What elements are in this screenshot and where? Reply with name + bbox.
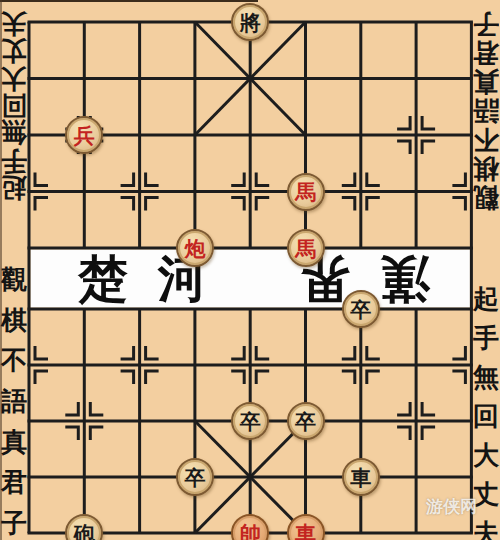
side-text-char: 回 xyxy=(473,403,499,429)
piece-black-soldier[interactable]: 卒 xyxy=(176,458,214,496)
side-text-char: 無 xyxy=(473,364,499,390)
side-text-char: 觀 xyxy=(473,185,499,211)
piece-black-soldier[interactable]: 卒 xyxy=(342,290,380,328)
side-text-char: 夫 xyxy=(1,11,27,37)
side-text-left-bottom: 觀棋不語真君子 xyxy=(0,266,28,536)
side-text-char: 起 xyxy=(473,286,499,312)
side-text-char: 君 xyxy=(1,469,27,495)
side-text-char: 不 xyxy=(1,347,27,373)
piece-red-horse[interactable]: 馬 xyxy=(287,173,325,211)
side-text-char: 君 xyxy=(473,40,499,66)
red-general-glyph: 帥 xyxy=(240,523,261,540)
side-text-right-top: 子君真語不棋觀 xyxy=(472,11,500,211)
black-soldier-glyph: 卒 xyxy=(184,467,205,488)
xiangqi-board: 夫丈大回無手起 觀棋不語真君子 子君真語不棋觀 起手無回大丈夫 楚河 漢界 將兵… xyxy=(0,0,500,540)
side-text-char: 觀 xyxy=(1,266,27,292)
piece-black-general[interactable]: 將 xyxy=(231,3,269,41)
piece-red-soldier[interactable]: 兵 xyxy=(65,116,103,154)
side-text-char: 無 xyxy=(1,120,27,146)
watermark: 游侠网 xyxy=(426,495,486,518)
side-text-char: 丈 xyxy=(1,38,27,64)
side-text-char: 棋 xyxy=(1,307,27,333)
red-horse-glyph: 馬 xyxy=(295,238,316,259)
side-text-char: 大 xyxy=(473,442,499,468)
side-text-char: 夫 xyxy=(473,520,499,540)
side-text-char: 不 xyxy=(473,127,499,153)
side-text-char: 語 xyxy=(473,98,499,124)
side-text-char: 回 xyxy=(1,93,27,119)
black-soldier-glyph: 卒 xyxy=(240,411,261,432)
piece-black-soldier[interactable]: 卒 xyxy=(287,402,325,440)
side-text-char: 手 xyxy=(473,325,499,351)
side-text-char: 子 xyxy=(473,11,499,37)
black-soldier-glyph: 卒 xyxy=(350,299,371,320)
black-cannon-glyph: 砲 xyxy=(74,523,95,540)
side-text-char: 真 xyxy=(473,69,499,95)
piece-red-horse[interactable]: 馬 xyxy=(287,229,325,267)
side-text-left-top: 夫丈大回無手起 xyxy=(0,11,28,201)
piece-red-cannon[interactable]: 炮 xyxy=(176,229,214,267)
red-cannon-glyph: 炮 xyxy=(184,238,205,259)
side-text-char: 起 xyxy=(1,175,27,201)
side-text-char: 棋 xyxy=(473,156,499,182)
side-text-char: 手 xyxy=(1,148,27,174)
river-char: 漢 xyxy=(380,254,430,304)
black-general-glyph: 將 xyxy=(240,12,261,33)
black-chariot-glyph: 車 xyxy=(350,467,371,488)
piece-black-chariot[interactable]: 車 xyxy=(342,458,380,496)
side-text-char: 大 xyxy=(1,66,27,92)
river-char: 楚 xyxy=(78,254,128,304)
red-horse-glyph: 馬 xyxy=(295,181,316,202)
side-text-char: 真 xyxy=(1,429,27,455)
red-chariot-glyph: 車 xyxy=(295,523,316,540)
side-text-char: 語 xyxy=(1,388,27,414)
piece-black-soldier[interactable]: 卒 xyxy=(231,402,269,440)
side-text-char: 子 xyxy=(1,510,27,536)
black-soldier-glyph: 卒 xyxy=(295,411,316,432)
red-soldier-glyph: 兵 xyxy=(74,125,95,146)
